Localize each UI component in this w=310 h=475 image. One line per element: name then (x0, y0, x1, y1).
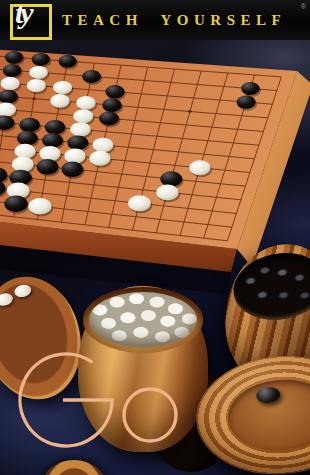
brand-header: ty TEACH YOURSELF ® (0, 0, 310, 40)
title-letter-o (124, 389, 176, 441)
book-cover: ty TEACH YOURSELF ® (0, 0, 310, 475)
teach-yourself-logo: ty (10, 4, 52, 40)
logo-ty-text: ty (15, 0, 31, 28)
registered-trademark-icon: ® (301, 3, 306, 10)
cover-photo: Go (0, 40, 310, 475)
title-go (0, 40, 310, 475)
brand-name: TEACH YOURSELF (62, 12, 286, 29)
title-letter-G (20, 354, 112, 446)
